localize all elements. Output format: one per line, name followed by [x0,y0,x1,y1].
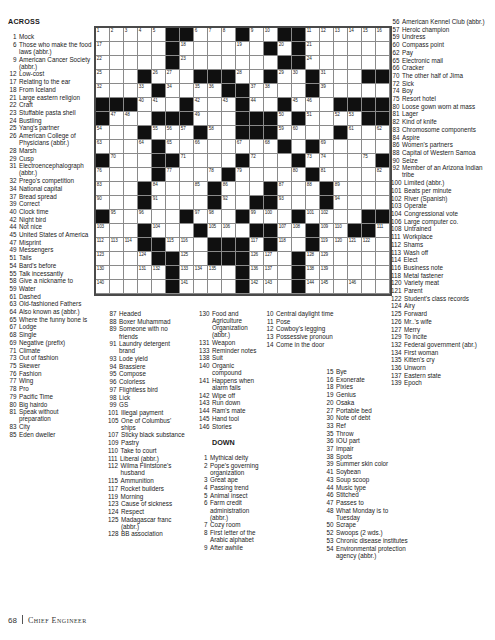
white-square[interactable]: 23 [180,56,194,70]
white-square[interactable]: 135 [208,266,222,280]
white-square[interactable] [264,168,278,182]
white-square[interactable] [194,238,208,252]
white-square[interactable]: 29 [278,70,292,84]
white-square[interactable]: 121 [348,238,362,252]
white-square[interactable]: 138 [306,266,320,280]
white-square[interactable] [110,224,124,238]
white-square[interactable] [236,56,250,70]
white-square[interactable] [348,196,362,210]
white-square[interactable] [348,182,362,196]
white-square[interactable]: 51 [306,112,320,126]
white-square[interactable] [180,168,194,182]
white-square[interactable]: 88 [306,182,320,196]
white-square[interactable] [348,252,362,266]
white-square[interactable] [334,266,348,280]
white-square[interactable] [124,182,138,196]
white-square[interactable]: 112 [96,238,110,252]
white-square[interactable]: 25 [96,70,110,84]
white-square[interactable]: 75 [362,154,376,168]
white-square[interactable] [362,266,376,280]
white-square[interactable] [124,266,138,280]
white-square[interactable] [138,42,152,56]
white-square[interactable]: 100 [264,210,278,224]
white-square[interactable] [124,224,138,238]
white-square[interactable] [292,140,306,154]
white-square[interactable]: 3 [124,28,138,42]
white-square[interactable] [110,126,124,140]
white-square[interactable] [138,280,152,294]
crossword-grid[interactable]: 1234567891011121314151617181920212223242… [94,26,392,296]
white-square[interactable]: 39 [320,84,334,98]
white-square[interactable]: 74 [320,154,334,168]
white-square[interactable]: 15 [362,28,376,42]
white-square[interactable] [152,280,166,294]
white-square[interactable]: 133 [180,266,194,280]
white-square[interactable] [222,112,236,126]
white-square[interactable]: 106 [222,224,236,238]
white-square[interactable] [292,182,306,196]
white-square[interactable] [166,98,180,112]
white-square[interactable] [320,42,334,56]
white-square[interactable] [348,266,362,280]
white-square[interactable]: 32 [96,84,110,98]
white-square[interactable] [236,196,250,210]
white-square[interactable]: 119 [320,238,334,252]
white-square[interactable] [208,98,222,112]
white-square[interactable]: 146 [348,280,362,294]
white-square[interactable]: 36 [208,84,222,98]
white-square[interactable]: 127 [264,252,278,266]
white-square[interactable] [236,182,250,196]
white-square[interactable]: 86 [222,182,236,196]
white-square[interactable] [250,182,264,196]
white-square[interactable] [194,56,208,70]
white-square[interactable] [362,126,376,140]
white-square[interactable] [110,70,124,84]
white-square[interactable] [264,154,278,168]
white-square[interactable]: 125 [180,252,194,266]
white-square[interactable] [334,154,348,168]
white-square[interactable]: 67 [236,140,250,154]
white-square[interactable]: 97 [194,210,208,224]
white-square[interactable] [124,84,138,98]
white-square[interactable] [278,210,292,224]
white-square[interactable] [110,252,124,266]
white-square[interactable]: 82 [376,168,390,182]
white-square[interactable] [250,140,264,154]
white-square[interactable] [334,56,348,70]
white-square[interactable]: 84 [152,182,166,196]
white-square[interactable] [334,70,348,84]
white-square[interactable] [208,42,222,56]
white-square[interactable] [180,70,194,84]
white-square[interactable]: 22 [96,56,110,70]
white-square[interactable] [152,42,166,56]
white-square[interactable]: 124 [138,252,152,266]
white-square[interactable]: 14 [348,28,362,42]
white-square[interactable]: 21 [306,42,320,56]
white-square[interactable]: 30 [292,70,306,84]
white-square[interactable] [306,126,320,140]
white-square[interactable]: 98 [208,210,222,224]
white-square[interactable]: 48 [124,112,138,126]
white-square[interactable] [180,84,194,98]
white-square[interactable] [250,42,264,56]
white-square[interactable] [362,56,376,70]
white-square[interactable]: 71 [180,154,194,168]
white-square[interactable]: 110 [334,224,348,238]
white-square[interactable] [334,252,348,266]
white-square[interactable] [362,84,376,98]
white-square[interactable]: 63 [96,140,110,154]
white-square[interactable] [362,182,376,196]
white-square[interactable] [376,280,390,294]
white-square[interactable] [194,196,208,210]
white-square[interactable]: 8 [222,28,236,42]
white-square[interactable] [278,280,292,294]
white-square[interactable]: 132 [152,266,166,280]
white-square[interactable]: 59 [278,126,292,140]
white-square[interactable]: 90 [96,196,110,210]
white-square[interactable] [222,280,236,294]
white-square[interactable]: 102 [320,210,334,224]
white-square[interactable] [124,56,138,70]
white-square[interactable]: 78 [208,168,222,182]
white-square[interactable]: 4 [138,28,152,42]
white-square[interactable]: 142 [250,280,264,294]
white-square[interactable] [334,140,348,154]
white-square[interactable] [320,112,334,126]
white-square[interactable] [194,154,208,168]
white-square[interactable]: 77 [166,168,180,182]
white-square[interactable]: 130 [96,266,110,280]
white-square[interactable]: 85 [194,182,208,196]
white-square[interactable] [110,56,124,70]
white-square[interactable]: 72 [250,154,264,168]
white-square[interactable] [124,210,138,224]
white-square[interactable] [166,224,180,238]
white-square[interactable]: 46 [306,98,320,112]
white-square[interactable]: 73 [306,154,320,168]
white-square[interactable]: 53 [348,112,362,126]
white-square[interactable]: 57 [180,126,194,140]
white-square[interactable] [180,224,194,238]
white-square[interactable]: 28 [236,70,250,84]
white-square[interactable] [124,280,138,294]
white-square[interactable]: 111 [376,224,390,238]
white-square[interactable] [222,126,236,140]
white-square[interactable] [194,252,208,266]
white-square[interactable] [348,140,362,154]
white-square[interactable] [264,98,278,112]
white-square[interactable] [180,196,194,210]
white-square[interactable]: 81 [320,168,334,182]
white-square[interactable]: 43 [222,98,236,112]
white-square[interactable]: 103 [96,224,110,238]
white-square[interactable]: 89 [334,182,348,196]
white-square[interactable] [110,182,124,196]
black-square [138,70,152,84]
white-square[interactable]: 58 [208,126,222,140]
white-square[interactable] [362,252,376,266]
white-square[interactable] [376,182,390,196]
white-square[interactable] [194,280,208,294]
white-square[interactable] [348,56,362,70]
white-square[interactable] [110,280,124,294]
white-square[interactable] [376,238,390,252]
white-square[interactable]: 105 [208,224,222,238]
white-square[interactable] [138,154,152,168]
white-square[interactable]: 109 [320,224,334,238]
white-square[interactable]: 55 [152,126,166,140]
white-square[interactable] [222,210,236,224]
white-square[interactable]: 7 [208,28,222,42]
white-square[interactable]: 54 [96,126,110,140]
white-square[interactable] [376,266,390,280]
white-square[interactable] [376,42,390,56]
white-square[interactable] [278,266,292,280]
white-square[interactable] [334,84,348,98]
white-square[interactable]: 93 [278,196,292,210]
white-square[interactable]: 45 [292,98,306,112]
white-square[interactable]: 95 [110,210,124,224]
white-square[interactable]: 139 [320,266,334,280]
white-square[interactable] [222,56,236,70]
white-square[interactable] [292,84,306,98]
white-square[interactable]: 37 [250,84,264,98]
white-square[interactable]: 126 [250,252,264,266]
white-square[interactable]: 50 [278,112,292,126]
white-square[interactable]: 13 [334,28,348,42]
white-square[interactable]: 76 [96,168,110,182]
white-square[interactable] [278,168,292,182]
white-square[interactable] [362,168,376,182]
white-square[interactable]: 34 [166,84,180,98]
white-square[interactable]: 143 [264,280,278,294]
white-square[interactable] [110,84,124,98]
white-square[interactable]: 122 [362,238,376,252]
white-square[interactable] [362,140,376,154]
white-square[interactable] [334,280,348,294]
white-square[interactable]: 80 [292,168,306,182]
white-square[interactable]: 128 [306,252,320,266]
white-square[interactable] [278,252,292,266]
white-square[interactable] [334,42,348,56]
white-square[interactable]: 79 [236,168,250,182]
white-square[interactable] [124,140,138,154]
white-square[interactable] [222,42,236,56]
white-square[interactable]: 129 [320,252,334,266]
white-square[interactable]: 66 [194,140,208,154]
white-square[interactable]: 116 [180,238,194,252]
white-square[interactable] [348,154,362,168]
white-square[interactable] [376,196,390,210]
white-square[interactable]: 2 [110,28,124,42]
white-square[interactable] [124,70,138,84]
white-square[interactable]: 20 [278,42,292,56]
white-square[interactable]: 94 [334,196,348,210]
white-square[interactable] [180,182,194,196]
white-square[interactable] [376,84,390,98]
white-square[interactable] [348,70,362,84]
white-square[interactable]: 144 [306,280,320,294]
white-square[interactable]: 115 [166,238,180,252]
white-square[interactable] [250,56,264,70]
white-square[interactable]: 61 [348,126,362,140]
white-square[interactable]: 140 [96,280,110,294]
white-square[interactable] [320,98,334,112]
white-square[interactable]: 33 [138,84,152,98]
white-square[interactable]: 87 [278,182,292,196]
white-square[interactable] [250,168,264,182]
white-square[interactable] [194,168,208,182]
white-square[interactable]: 38 [264,84,278,98]
white-square[interactable] [110,266,124,280]
white-square[interactable] [348,210,362,224]
white-square[interactable] [222,266,236,280]
white-square[interactable]: 101 [306,210,320,224]
white-square[interactable] [110,168,124,182]
white-square[interactable]: 134 [194,266,208,280]
white-square[interactable]: 141 [180,280,194,294]
white-square[interactable] [124,126,138,140]
white-square[interactable]: 56 [166,126,180,140]
white-square[interactable]: 118 [278,238,292,252]
white-square[interactable] [376,252,390,266]
white-square[interactable] [320,56,334,70]
white-square[interactable] [166,210,180,224]
white-square[interactable]: 65 [166,140,180,154]
white-square[interactable]: 104 [152,224,166,238]
white-square[interactable]: 49 [194,112,208,126]
white-square[interactable]: 16 [376,28,390,42]
white-square[interactable]: 26 [152,70,166,84]
white-square[interactable] [320,126,334,140]
white-square[interactable]: 19 [236,42,250,56]
white-square[interactable]: 41 [152,98,166,112]
white-square[interactable] [334,210,348,224]
white-square[interactable]: 44 [250,98,264,112]
white-square[interactable] [124,252,138,266]
white-square[interactable] [110,196,124,210]
white-square[interactable] [222,154,236,168]
white-square[interactable]: 27 [166,70,180,84]
white-square[interactable]: 10 [264,28,278,42]
white-square[interactable]: 113 [110,238,124,252]
white-square[interactable]: 123 [96,252,110,266]
white-square[interactable]: 137 [264,266,278,280]
white-square[interactable]: 18 [180,42,194,56]
white-square[interactable]: 35 [194,84,208,98]
white-square[interactable] [278,154,292,168]
white-square[interactable] [138,112,152,126]
white-square[interactable] [362,280,376,294]
white-square[interactable]: 108 [292,224,306,238]
white-square[interactable] [292,196,306,210]
white-square[interactable]: 1 [96,28,110,42]
white-square[interactable]: 70 [110,154,124,168]
white-square[interactable]: 40 [138,98,152,112]
white-square[interactable] [362,42,376,56]
white-square[interactable]: 9 [250,28,264,42]
white-square[interactable] [180,140,194,154]
white-square[interactable]: 99 [250,210,264,224]
white-square[interactable]: 47 [110,112,124,126]
white-square[interactable]: 107 [278,224,292,238]
white-square[interactable] [152,210,166,224]
clue-text: Weapon [212,339,263,346]
white-square[interactable] [236,224,250,238]
white-square[interactable] [222,140,236,154]
white-square[interactable] [124,196,138,210]
white-square[interactable]: 5 [152,28,166,42]
white-square[interactable] [166,196,180,210]
white-square[interactable] [208,56,222,70]
white-square[interactable]: 42 [194,98,208,112]
white-square[interactable]: 11 [306,28,320,42]
white-square[interactable]: 64 [138,140,152,154]
white-square[interactable] [124,168,138,182]
white-square[interactable] [124,42,138,56]
white-square[interactable]: 60 [292,126,306,140]
white-square[interactable]: 24 [306,56,320,70]
white-square[interactable] [306,196,320,210]
white-square[interactable] [110,42,124,56]
white-square[interactable] [208,154,222,168]
white-square[interactable] [376,56,390,70]
white-square[interactable] [334,168,348,182]
white-square[interactable] [292,238,306,252]
white-square[interactable]: 117 [250,238,264,252]
white-square[interactable] [362,196,376,210]
white-square[interactable] [138,168,152,182]
white-square[interactable] [376,140,390,154]
white-square[interactable]: 120 [334,238,348,252]
white-square[interactable] [208,280,222,294]
white-square[interactable] [208,112,222,126]
white-square[interactable]: 52 [334,112,348,126]
white-square[interactable]: 68 [264,140,278,154]
white-square[interactable]: 145 [320,280,334,294]
white-square[interactable]: 136 [250,266,264,280]
white-square[interactable]: 83 [96,182,110,196]
white-square[interactable] [110,140,124,154]
white-square[interactable] [138,56,152,70]
white-square[interactable]: 12 [320,28,334,42]
white-square[interactable] [348,42,362,56]
white-square[interactable] [278,84,292,98]
white-square[interactable] [250,70,264,84]
white-square[interactable] [152,56,166,70]
white-square[interactable] [194,42,208,56]
white-square[interactable]: 131 [138,266,152,280]
white-square[interactable]: 96 [138,210,152,224]
white-square[interactable] [264,56,278,70]
white-square[interactable] [348,168,362,182]
white-square[interactable]: 92 [222,196,236,210]
white-square[interactable]: 62 [376,126,390,140]
white-square[interactable] [166,182,180,196]
white-square[interactable]: 6 [194,28,208,42]
white-square[interactable] [208,140,222,154]
white-square[interactable] [348,84,362,98]
white-square[interactable]: 17 [96,42,110,56]
white-square[interactable]: 91 [152,196,166,210]
white-square[interactable]: 69 [320,140,334,154]
white-square[interactable] [124,154,138,168]
white-square[interactable]: 31 [320,70,334,84]
white-square[interactable]: 114 [124,238,138,252]
